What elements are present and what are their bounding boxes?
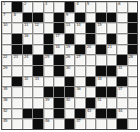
cell-r4c12[interactable] [117, 34, 126, 44]
cell-r12c10[interactable] [96, 119, 105, 129]
cell-r10c6-black [54, 98, 63, 108]
clue-number: 25 [45, 54, 49, 60]
clue-number: 27 [76, 54, 80, 60]
cell-r7c1[interactable]: 29 [2, 66, 11, 76]
clue-number: 21 [108, 44, 112, 50]
cell-r7c5[interactable] [44, 66, 53, 76]
cell-r2c11-black [107, 13, 116, 23]
cell-r12c3[interactable] [23, 119, 32, 129]
cell-r5c8-black [75, 45, 84, 55]
cell-r10c8[interactable] [75, 98, 84, 108]
cell-r11c13[interactable] [128, 109, 137, 119]
cell-r6c9[interactable] [86, 55, 95, 65]
cell-r9c2[interactable] [12, 87, 21, 97]
clue-number: 12 [34, 22, 38, 28]
cell-r9c6-black [54, 87, 63, 97]
cell-r5c13-black [128, 45, 137, 55]
cell-r3c7[interactable]: 13 [65, 23, 74, 33]
cell-r11c6-black [54, 109, 63, 119]
clue-number: 41 [97, 97, 101, 103]
cell-r10c3[interactable] [23, 98, 32, 108]
cell-r12c13[interactable] [128, 119, 137, 129]
clue-number: 8 [13, 12, 15, 18]
clue-number: 30 [66, 65, 70, 71]
cell-r1c3[interactable]: 2 [23, 2, 32, 12]
cell-r2c6-black [54, 13, 63, 23]
cell-r1c5[interactable]: 3 [44, 2, 53, 12]
clue-number: 3 [45, 1, 47, 7]
cell-r7c3[interactable] [23, 66, 32, 76]
cell-r4c1[interactable] [2, 34, 11, 44]
cell-r2c2[interactable]: 8 [12, 13, 21, 23]
cell-r5c6[interactable]: 18 [54, 45, 63, 55]
cell-r4c13-black [128, 34, 137, 44]
cell-r3c12[interactable] [117, 23, 126, 33]
cell-r3c4[interactable]: 12 [33, 23, 42, 33]
clue-number: 45 [3, 118, 7, 124]
cell-r7c7[interactable]: 30 [65, 66, 74, 76]
cell-r7c2[interactable] [12, 66, 21, 76]
cell-r10c2[interactable] [12, 98, 21, 108]
cell-r11c5[interactable] [44, 109, 53, 119]
clue-number: 26 [66, 54, 70, 60]
cell-r7c13[interactable] [128, 66, 137, 76]
cell-r11c11-black [107, 109, 116, 119]
cell-r1c10[interactable] [96, 2, 105, 12]
cell-r9c1[interactable]: 35 [2, 87, 11, 97]
cell-r3c13-black [128, 23, 137, 33]
cell-r11c7[interactable] [65, 109, 74, 119]
cell-r4c2-black [12, 34, 21, 44]
cell-r10c12[interactable] [117, 98, 126, 108]
cell-r5c10-black [96, 45, 105, 55]
cell-r4c9-black [86, 34, 95, 44]
clue-number: 18 [55, 44, 59, 50]
cell-r7c12[interactable]: 31 [117, 66, 126, 76]
cell-r4c4[interactable] [33, 34, 42, 44]
cell-r1c11[interactable] [107, 2, 116, 12]
clue-number: 1 [3, 1, 5, 7]
clue-number: 33 [34, 76, 38, 82]
cell-r5c5-black [44, 45, 53, 55]
cell-r6c3[interactable]: 24 [23, 55, 32, 65]
cell-r10c9-black [86, 98, 95, 108]
cell-r3c8[interactable]: 14 [75, 23, 84, 33]
cell-r4c6[interactable]: 17 [54, 34, 63, 44]
cell-r8c11[interactable] [107, 77, 116, 87]
cell-r9c13[interactable] [128, 87, 137, 97]
clue-number: 15 [97, 22, 101, 28]
cell-r7c6-black [54, 66, 63, 76]
cell-r6c10[interactable] [96, 55, 105, 65]
cell-r2c3-black [23, 13, 32, 23]
clue-number: 7 [3, 12, 5, 18]
clue-number: 10 [3, 22, 7, 28]
clue-number: 24 [24, 54, 28, 60]
cell-r3c10[interactable]: 15 [96, 23, 105, 33]
cell-r12c2[interactable] [12, 119, 21, 129]
cell-r1c8[interactable]: 4 [75, 2, 84, 12]
cell-r3c5[interactable] [44, 23, 53, 33]
clue-number: 39 [45, 97, 49, 103]
cell-r1c1[interactable]: 1 [2, 2, 11, 12]
cell-r2c5[interactable] [44, 13, 53, 23]
clue-number: 23 [13, 54, 17, 60]
cell-r1c2-black [12, 2, 21, 12]
cell-r12c8[interactable]: 47 [75, 119, 84, 129]
clue-number: 36 [76, 86, 80, 92]
cell-r8c8[interactable] [75, 77, 84, 87]
clue-number: 32 [24, 76, 28, 82]
cell-r12c9[interactable] [86, 119, 95, 129]
cell-r12c1[interactable]: 45 [2, 119, 11, 129]
cell-r12c12-black [117, 119, 126, 129]
clue-number: 44 [118, 108, 122, 114]
cell-r1c7-black [65, 2, 74, 12]
cell-r5c2-black [12, 45, 21, 55]
clue-number: 20 [87, 44, 91, 50]
cell-r4c3[interactable]: 16 [23, 34, 32, 44]
cell-r11c12[interactable]: 44 [117, 109, 126, 119]
cell-r11c1[interactable]: 42 [2, 109, 11, 119]
cell-r10c10[interactable]: 41 [96, 98, 105, 108]
cell-r6c6-black [54, 55, 63, 65]
cell-r8c5[interactable] [44, 77, 53, 87]
cell-r5c3-black [23, 45, 32, 55]
cell-r3c3[interactable]: 11 [23, 23, 32, 33]
cell-r6c8[interactable]: 27 [75, 55, 84, 65]
cell-r3c1[interactable]: 10 [2, 23, 11, 33]
cell-r5c1[interactable] [2, 45, 11, 55]
cell-r4c7-black [65, 34, 74, 44]
cell-r9c9[interactable] [86, 87, 95, 97]
cell-r8c6[interactable] [54, 77, 63, 87]
clue-number: 6 [118, 1, 120, 7]
cell-r12c6[interactable] [54, 119, 63, 129]
cell-r10c4[interactable] [33, 98, 42, 108]
cell-r7c8[interactable] [75, 66, 84, 76]
cell-r12c11[interactable] [107, 119, 116, 129]
cell-r1c9[interactable]: 5 [86, 2, 95, 12]
cell-r3c9-black [86, 23, 95, 33]
clue-number: 47 [76, 118, 80, 124]
cell-r2c8-black [75, 13, 84, 23]
clue-number: 11 [24, 22, 28, 28]
cell-r1c6[interactable] [54, 2, 63, 12]
clue-number: 5 [87, 1, 89, 7]
cell-r6c11[interactable] [107, 55, 116, 65]
cell-r10c13[interactable] [128, 98, 137, 108]
cell-r1c4[interactable] [33, 2, 42, 12]
cell-r6c2[interactable]: 23 [12, 55, 21, 65]
cell-r8c13[interactable] [128, 77, 137, 87]
cell-r11c8-black [75, 109, 84, 119]
clue-number: 9 [66, 12, 68, 18]
clue-number: 43 [87, 108, 91, 114]
cell-r4c8[interactable] [75, 34, 84, 44]
cell-r9c10-black [96, 87, 105, 97]
cell-r6c12-black [117, 55, 126, 65]
clue-number: 17 [55, 33, 59, 39]
clue-number: 4 [76, 1, 78, 7]
cell-r5c11[interactable]: 21 [107, 45, 116, 55]
cell-r8c9-black [86, 77, 95, 87]
cell-r2c13-black [128, 13, 137, 23]
cell-r11c4-black [33, 109, 42, 119]
clue-number: 38 [3, 97, 7, 103]
cell-r6c13[interactable]: 28 [128, 55, 137, 65]
clue-number: 2 [24, 1, 26, 7]
cell-r8c2-black [12, 77, 21, 87]
cell-r4c10[interactable] [96, 34, 105, 44]
cell-r5c7[interactable]: 19 [65, 45, 74, 55]
cell-r10c7[interactable]: 40 [65, 98, 74, 108]
clue-number: 46 [45, 118, 49, 124]
cell-r8c1[interactable] [2, 77, 11, 87]
cell-r10c11[interactable] [107, 98, 116, 108]
cell-r2c4-black [33, 13, 42, 23]
cell-r8c10[interactable]: 34 [96, 77, 105, 87]
cell-r8c7-black [65, 77, 74, 87]
cell-r9c3[interactable] [23, 87, 32, 97]
cell-r11c10-black [96, 109, 105, 119]
clue-number: 42 [3, 108, 7, 114]
cell-r11c9[interactable]: 43 [86, 109, 95, 119]
cell-r4c5-black [44, 34, 53, 44]
cell-r9c12[interactable]: 37 [117, 87, 126, 97]
cell-r9c7-black [65, 87, 74, 97]
clue-number: 40 [66, 97, 70, 103]
cell-r7c9[interactable] [86, 66, 95, 76]
cell-r2c9[interactable] [86, 13, 95, 23]
cell-r10c5[interactable]: 39 [44, 98, 53, 108]
clue-number: 19 [66, 44, 70, 50]
cell-r7c10-black [96, 66, 105, 76]
cell-r6c7[interactable]: 26 [65, 55, 74, 65]
cell-r9c4[interactable] [33, 87, 42, 97]
clue-number: 14 [76, 22, 80, 28]
cell-r1c13[interactable] [128, 2, 137, 12]
cell-r12c5[interactable]: 46 [44, 119, 53, 129]
cell-r3c2[interactable] [12, 23, 21, 33]
cell-r10c1[interactable]: 38 [2, 98, 11, 108]
clue-number: 37 [118, 86, 122, 92]
cell-r1c12[interactable]: 6 [117, 2, 126, 12]
cell-r9c11-black [107, 87, 116, 97]
cell-r12c7-black [65, 119, 74, 129]
cell-r9c8[interactable]: 36 [75, 87, 84, 97]
clue-number: 35 [3, 86, 7, 92]
clue-number: 22 [3, 54, 7, 60]
cell-r5c9[interactable]: 20 [86, 45, 95, 55]
cell-r2c12[interactable] [117, 13, 126, 23]
cell-r3c6-black [54, 23, 63, 33]
clue-number: 28 [129, 54, 133, 60]
cell-r5c12[interactable] [117, 45, 126, 55]
clue-number: 31 [118, 65, 122, 71]
cell-r11c2[interactable] [12, 109, 21, 119]
cell-r8c12-black [117, 77, 126, 87]
cell-r6c4-black [33, 55, 42, 65]
cell-r2c7[interactable]: 9 [65, 13, 74, 23]
cell-r8c4[interactable]: 33 [33, 77, 42, 87]
cell-r8c3[interactable]: 32 [23, 77, 32, 87]
clue-number: 29 [3, 65, 7, 71]
crossword-grid: 1234567891011121314151617181920212223242… [1, 1, 138, 130]
clue-number: 16 [24, 33, 28, 39]
cell-r5c4[interactable] [33, 45, 42, 55]
clue-number: 34 [97, 76, 101, 82]
cell-r2c1[interactable]: 7 [2, 13, 11, 23]
cell-r6c1[interactable]: 22 [2, 55, 11, 65]
cell-r7c11-black [107, 66, 116, 76]
cell-r7c4-black [33, 66, 42, 76]
cell-r3c11[interactable] [107, 23, 116, 33]
cell-r12c4-black [33, 119, 42, 129]
clue-number: 13 [66, 22, 70, 28]
cell-r2c10-black [96, 13, 105, 23]
cell-r11c3-black [23, 109, 32, 119]
cell-r6c5[interactable]: 25 [44, 55, 53, 65]
crossword-puzzle: 1234567891011121314151617181920212223242… [1, 1, 138, 130]
cell-r9c5-black [44, 87, 53, 97]
cell-r4c11-black [107, 34, 116, 44]
